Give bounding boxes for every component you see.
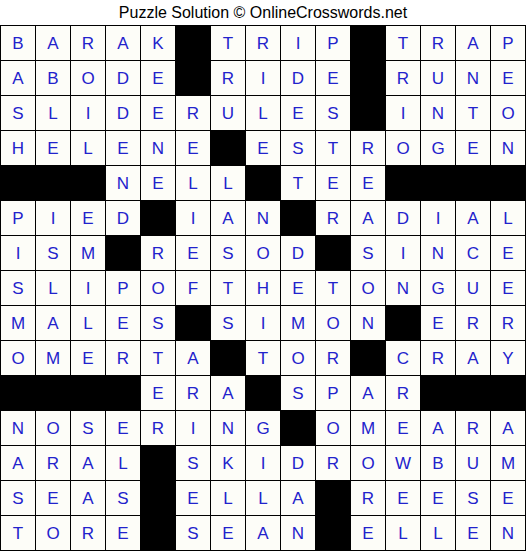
- letter-cell: I: [36, 201, 70, 235]
- letter-cell: O: [351, 271, 385, 305]
- letter-cell: R: [141, 411, 175, 445]
- letter-cell: N: [1, 411, 35, 445]
- letter-cell: E: [246, 131, 280, 165]
- letter-cell: S: [36, 236, 70, 270]
- letter-cell: E: [106, 411, 140, 445]
- letter-cell: I: [246, 446, 280, 480]
- letter-cell: D: [281, 236, 315, 270]
- letter-cell: M: [281, 306, 315, 340]
- letter-cell: R: [316, 446, 350, 480]
- black-cell: [281, 411, 315, 445]
- letter-cell: E: [71, 341, 105, 375]
- letter-cell: O: [281, 341, 315, 375]
- letter-cell: A: [36, 26, 70, 60]
- letter-cell: R: [456, 411, 490, 445]
- letter-cell: T: [141, 341, 175, 375]
- letter-cell: A: [456, 26, 490, 60]
- letter-cell: I: [1, 236, 35, 270]
- letter-cell: I: [386, 96, 420, 130]
- letter-cell: R: [456, 306, 490, 340]
- letter-cell: A: [456, 201, 490, 235]
- letter-cell: O: [491, 96, 525, 130]
- letter-cell: D: [386, 201, 420, 235]
- letter-cell: S: [1, 481, 35, 515]
- letter-cell: O: [351, 446, 385, 480]
- letter-cell: N: [386, 271, 420, 305]
- letter-cell: I: [421, 201, 455, 235]
- letter-cell: L: [36, 96, 70, 130]
- letter-cell: I: [176, 411, 210, 445]
- black-cell: [351, 61, 385, 95]
- letter-cell: L: [36, 271, 70, 305]
- letter-cell: E: [36, 131, 70, 165]
- letter-cell: O: [316, 306, 350, 340]
- letter-cell: I: [176, 201, 210, 235]
- letter-cell: S: [211, 306, 245, 340]
- letter-cell: I: [246, 306, 280, 340]
- letter-cell: P: [316, 376, 350, 410]
- page-title: Puzzle Solution © OnlineCrosswords.net: [0, 0, 526, 25]
- letter-cell: O: [36, 411, 70, 445]
- letter-cell: S: [456, 481, 490, 515]
- letter-cell: A: [71, 481, 105, 515]
- letter-cell: E: [456, 131, 490, 165]
- letter-cell: T: [1, 516, 35, 550]
- letter-cell: L: [211, 481, 245, 515]
- letter-cell: I: [386, 236, 420, 270]
- letter-cell: E: [71, 201, 105, 235]
- black-cell: [351, 26, 385, 60]
- letter-cell: R: [421, 341, 455, 375]
- letter-cell: D: [106, 61, 140, 95]
- letter-cell: H: [1, 131, 35, 165]
- letter-cell: D: [106, 201, 140, 235]
- black-cell: [421, 166, 455, 200]
- letter-cell: E: [141, 376, 175, 410]
- letter-cell: P: [491, 26, 525, 60]
- letter-cell: S: [71, 411, 105, 445]
- letter-cell: G: [246, 411, 280, 445]
- letter-cell: E: [106, 516, 140, 550]
- black-cell: [246, 166, 280, 200]
- black-cell: [421, 376, 455, 410]
- letter-cell: R: [386, 376, 420, 410]
- letter-cell: M: [71, 236, 105, 270]
- letter-cell: I: [71, 96, 105, 130]
- letter-cell: D: [281, 446, 315, 480]
- letter-cell: A: [71, 446, 105, 480]
- letter-cell: A: [351, 376, 385, 410]
- letter-cell: E: [316, 166, 350, 200]
- letter-cell: R: [246, 26, 280, 60]
- black-cell: [141, 201, 175, 235]
- letter-cell: E: [351, 166, 385, 200]
- black-cell: [351, 96, 385, 130]
- black-cell: [491, 166, 525, 200]
- letter-cell: R: [491, 306, 525, 340]
- letter-cell: Y: [491, 341, 525, 375]
- letter-cell: K: [211, 446, 245, 480]
- letter-cell: E: [176, 236, 210, 270]
- letter-cell: E: [141, 166, 175, 200]
- letter-cell: N: [211, 411, 245, 445]
- letter-cell: E: [211, 516, 245, 550]
- letter-cell: N: [421, 96, 455, 130]
- letter-cell: S: [1, 271, 35, 305]
- letter-cell: E: [421, 306, 455, 340]
- letter-cell: L: [246, 481, 280, 515]
- black-cell: [141, 516, 175, 550]
- letter-cell: S: [211, 236, 245, 270]
- letter-cell: E: [456, 516, 490, 550]
- letter-cell: P: [1, 201, 35, 235]
- letter-cell: S: [316, 96, 350, 130]
- letter-cell: E: [421, 481, 455, 515]
- letter-cell: E: [106, 131, 140, 165]
- letter-cell: O: [71, 61, 105, 95]
- letter-cell: T: [211, 271, 245, 305]
- letter-cell: S: [1, 96, 35, 130]
- letter-cell: W: [386, 446, 420, 480]
- black-cell: [176, 306, 210, 340]
- letter-cell: S: [176, 516, 210, 550]
- black-cell: [316, 236, 350, 270]
- letter-cell: G: [421, 131, 455, 165]
- letter-cell: R: [141, 236, 175, 270]
- black-cell: [456, 166, 490, 200]
- letter-cell: I: [71, 271, 105, 305]
- letter-cell: C: [456, 236, 490, 270]
- letter-cell: T: [316, 271, 350, 305]
- letter-cell: M: [351, 411, 385, 445]
- letter-cell: T: [211, 26, 245, 60]
- letter-cell: K: [141, 26, 175, 60]
- letter-cell: B: [36, 61, 70, 95]
- letter-cell: I: [281, 26, 315, 60]
- letter-cell: M: [491, 446, 525, 480]
- black-cell: [36, 166, 70, 200]
- letter-cell: R: [351, 131, 385, 165]
- letter-cell: A: [36, 306, 70, 340]
- letter-cell: S: [281, 131, 315, 165]
- letter-cell: E: [36, 481, 70, 515]
- letter-cell: N: [421, 236, 455, 270]
- black-cell: [176, 26, 210, 60]
- letter-cell: U: [456, 271, 490, 305]
- letter-cell: S: [281, 376, 315, 410]
- letter-cell: E: [491, 481, 525, 515]
- letter-cell: E: [281, 271, 315, 305]
- letter-cell: U: [456, 446, 490, 480]
- letter-cell: N: [491, 131, 525, 165]
- letter-cell: P: [316, 26, 350, 60]
- letter-cell: M: [36, 341, 70, 375]
- letter-cell: O: [386, 131, 420, 165]
- letter-cell: A: [491, 411, 525, 445]
- letter-cell: A: [281, 481, 315, 515]
- letter-cell: A: [106, 26, 140, 60]
- letter-cell: L: [71, 306, 105, 340]
- letter-cell: T: [456, 96, 490, 130]
- letter-cell: T: [281, 166, 315, 200]
- black-cell: [71, 376, 105, 410]
- letter-cell: L: [106, 446, 140, 480]
- letter-cell: E: [386, 481, 420, 515]
- letter-cell: O: [246, 236, 280, 270]
- letter-cell: N: [141, 131, 175, 165]
- letter-cell: I: [246, 61, 280, 95]
- black-cell: [1, 376, 35, 410]
- letter-cell: A: [1, 446, 35, 480]
- black-cell: [211, 131, 245, 165]
- letter-cell: A: [351, 201, 385, 235]
- letter-cell: L: [421, 516, 455, 550]
- letter-cell: E: [491, 61, 525, 95]
- letter-cell: U: [421, 61, 455, 95]
- letter-cell: N: [456, 61, 490, 95]
- letter-cell: R: [71, 516, 105, 550]
- letter-cell: R: [176, 96, 210, 130]
- letter-cell: A: [456, 341, 490, 375]
- letter-cell: O: [1, 341, 35, 375]
- letter-cell: S: [351, 236, 385, 270]
- letter-cell: T: [246, 341, 280, 375]
- letter-cell: R: [71, 26, 105, 60]
- letter-cell: A: [246, 516, 280, 550]
- black-cell: [106, 236, 140, 270]
- letter-cell: A: [176, 341, 210, 375]
- letter-cell: A: [211, 376, 245, 410]
- letter-cell: E: [386, 411, 420, 445]
- letter-cell: R: [316, 341, 350, 375]
- letter-cell: E: [491, 236, 525, 270]
- letter-cell: S: [141, 306, 175, 340]
- letter-cell: S: [176, 446, 210, 480]
- crossword-grid: BARAKTRIPTRAPABODERIDERUNESLIDERULESINTO…: [0, 25, 526, 551]
- letter-cell: R: [106, 341, 140, 375]
- letter-cell: N: [281, 516, 315, 550]
- black-cell: [141, 446, 175, 480]
- letter-cell: H: [246, 271, 280, 305]
- letter-cell: R: [176, 376, 210, 410]
- letter-cell: D: [281, 61, 315, 95]
- letter-cell: E: [176, 131, 210, 165]
- black-cell: [456, 376, 490, 410]
- letter-cell: E: [491, 271, 525, 305]
- black-cell: [106, 376, 140, 410]
- letter-cell: O: [316, 411, 350, 445]
- letter-cell: R: [211, 61, 245, 95]
- black-cell: [1, 166, 35, 200]
- letter-cell: O: [141, 271, 175, 305]
- black-cell: [211, 341, 245, 375]
- letter-cell: R: [36, 446, 70, 480]
- black-cell: [281, 201, 315, 235]
- black-cell: [176, 61, 210, 95]
- letter-cell: E: [141, 96, 175, 130]
- letter-cell: E: [316, 61, 350, 95]
- letter-cell: N: [351, 306, 385, 340]
- puzzle-solution-page: Puzzle Solution © OnlineCrosswords.net B…: [0, 0, 526, 551]
- black-cell: [246, 376, 280, 410]
- black-cell: [386, 306, 420, 340]
- letter-cell: R: [316, 201, 350, 235]
- letter-cell: R: [386, 61, 420, 95]
- letter-cell: E: [106, 306, 140, 340]
- letter-cell: E: [351, 516, 385, 550]
- black-cell: [351, 341, 385, 375]
- letter-cell: L: [246, 96, 280, 130]
- black-cell: [316, 516, 350, 550]
- letter-cell: P: [106, 271, 140, 305]
- letter-cell: M: [1, 306, 35, 340]
- letter-cell: E: [281, 96, 315, 130]
- letter-cell: R: [351, 481, 385, 515]
- letter-cell: L: [491, 201, 525, 235]
- letter-cell: B: [1, 26, 35, 60]
- letter-cell: G: [421, 271, 455, 305]
- letter-cell: N: [491, 516, 525, 550]
- letter-cell: T: [316, 131, 350, 165]
- letter-cell: F: [176, 271, 210, 305]
- letter-cell: L: [211, 166, 245, 200]
- letter-cell: C: [386, 341, 420, 375]
- black-cell: [36, 376, 70, 410]
- letter-cell: D: [106, 96, 140, 130]
- black-cell: [316, 481, 350, 515]
- letter-cell: T: [386, 26, 420, 60]
- letter-cell: N: [106, 166, 140, 200]
- letter-cell: O: [36, 516, 70, 550]
- letter-cell: A: [211, 201, 245, 235]
- letter-cell: U: [211, 96, 245, 130]
- letter-cell: R: [421, 26, 455, 60]
- black-cell: [141, 481, 175, 515]
- letter-cell: A: [1, 61, 35, 95]
- letter-cell: B: [421, 446, 455, 480]
- letter-cell: E: [176, 481, 210, 515]
- black-cell: [386, 166, 420, 200]
- letter-cell: A: [421, 411, 455, 445]
- letter-cell: L: [386, 516, 420, 550]
- letter-cell: S: [106, 481, 140, 515]
- letter-cell: N: [246, 201, 280, 235]
- letter-cell: L: [176, 166, 210, 200]
- black-cell: [491, 376, 525, 410]
- letter-cell: L: [71, 131, 105, 165]
- letter-cell: E: [141, 61, 175, 95]
- black-cell: [71, 166, 105, 200]
